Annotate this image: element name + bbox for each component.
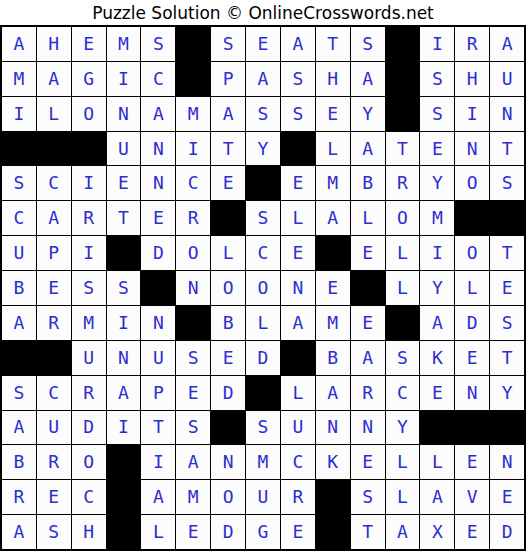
grid-cell-r8c2: E (37, 271, 71, 305)
grid-cell-r4c8: Y (246, 132, 280, 166)
grid-cell-r1c14: R (455, 27, 489, 61)
black-square-r11c8 (246, 376, 280, 410)
grid-cell-r1c1: A (2, 27, 36, 61)
black-square-r6c14 (455, 201, 489, 235)
grid-cell-r6c13: M (420, 201, 454, 235)
grid-cell-r15c15: D (490, 515, 524, 549)
grid-cell-r8c8: O (246, 271, 280, 305)
grid-cell-r11c9: L (281, 376, 315, 410)
grid-cell-r1c7: S (211, 27, 245, 61)
black-square-r9c6 (176, 306, 210, 340)
grid-cell-r6c6: R (176, 201, 210, 235)
grid-cell-r7c7: L (211, 236, 245, 270)
grid-cell-r7c13: I (420, 236, 454, 270)
grid-cell-r12c9: U (281, 411, 315, 445)
grid-cell-r6c1: C (2, 201, 36, 235)
grid-cell-r5c4: E (107, 166, 141, 200)
grid-cell-r13c2: R (37, 445, 71, 479)
grid-cell-r15c1: A (2, 515, 36, 549)
grid-cell-r7c2: P (37, 236, 71, 270)
grid-cell-r13c9: C (281, 445, 315, 479)
black-square-r12c15 (490, 411, 524, 445)
grid-cell-r13c8: M (246, 445, 280, 479)
grid-cell-r14c12: L (386, 480, 420, 514)
grid-cell-r15c5: L (141, 515, 175, 549)
grid-cell-r1c3: E (72, 27, 106, 61)
grid-cell-r13c12: L (386, 445, 420, 479)
grid-cell-r13c14: E (455, 445, 489, 479)
grid-cell-r6c5: E (141, 201, 175, 235)
grid-cell-r10c5: U (141, 341, 175, 375)
grid-cell-r8c13: Y (420, 271, 454, 305)
grid-cell-r15c14: E (455, 515, 489, 549)
grid-cell-r14c13: A (420, 480, 454, 514)
grid-cell-r7c9: E (281, 236, 315, 270)
grid-cell-r14c9: R (281, 480, 315, 514)
grid-cell-r12c4: I (107, 411, 141, 445)
black-square-r8c5 (141, 271, 175, 305)
grid-cell-r4c15: T (490, 132, 524, 166)
grid-cell-r9c10: M (316, 306, 350, 340)
grid-cell-r4c13: E (420, 132, 454, 166)
grid-cell-r6c9: L (281, 201, 315, 235)
grid-cell-r3c15: N (490, 97, 524, 131)
grid-cell-r11c3: R (72, 376, 106, 410)
grid-cell-r13c5: I (141, 445, 175, 479)
grid-cell-r5c3: I (72, 166, 106, 200)
black-square-r15c4 (107, 515, 141, 549)
grid-cell-r14c7: O (211, 480, 245, 514)
grid-cell-r7c5: D (141, 236, 175, 270)
grid-cell-r4c14: N (455, 132, 489, 166)
grid-cell-r4c10: L (316, 132, 350, 166)
grid-cell-r3c9: S (281, 97, 315, 131)
grid-cell-r5c6: C (176, 166, 210, 200)
grid-cell-r10c14: E (455, 341, 489, 375)
grid-cell-r7c8: C (246, 236, 280, 270)
grid-cell-r5c15: S (490, 166, 524, 200)
black-square-r10c9 (281, 341, 315, 375)
black-square-r12c14 (455, 411, 489, 445)
grid-cell-r2c1: M (2, 62, 36, 96)
grid-cell-r13c10: K (316, 445, 350, 479)
grid-cell-r15c12: A (386, 515, 420, 549)
grid-cell-r7c3: I (72, 236, 106, 270)
grid-cell-r15c13: X (420, 515, 454, 549)
grid-cell-r2c5: C (141, 62, 175, 96)
black-square-r6c15 (490, 201, 524, 235)
grid-cell-r3c5: A (141, 97, 175, 131)
grid-cell-r2c11: A (351, 62, 385, 96)
grid-cell-r11c15: Y (490, 376, 524, 410)
grid-cell-r10c11: A (351, 341, 385, 375)
grid-cell-r6c2: A (37, 201, 71, 235)
black-square-r4c2 (37, 132, 71, 166)
grid-cell-r15c9: E (281, 515, 315, 549)
black-square-r7c4 (107, 236, 141, 270)
grid-cell-r12c1: A (2, 411, 36, 445)
grid-cell-r15c7: D (211, 515, 245, 549)
page-title: Puzzle Solution © OnlineCrosswords.net (0, 0, 526, 25)
grid-cell-r1c2: H (37, 27, 71, 61)
grid-cell-r13c13: L (420, 445, 454, 479)
grid-cell-r2c2: A (37, 62, 71, 96)
grid-cell-r9c1: A (2, 306, 36, 340)
grid-cell-r9c11: E (351, 306, 385, 340)
black-square-r14c10 (316, 480, 350, 514)
grid-cell-r12c6: S (176, 411, 210, 445)
black-square-r8c11 (351, 271, 385, 305)
grid-cell-r4c4: U (107, 132, 141, 166)
grid-cell-r6c10: A (316, 201, 350, 235)
grid-cell-r7c14: O (455, 236, 489, 270)
grid-cell-r13c7: N (211, 445, 245, 479)
grid-cell-r5c7: E (211, 166, 245, 200)
grid-cell-r5c2: C (37, 166, 71, 200)
grid-cell-r13c6: A (176, 445, 210, 479)
grid-cell-r4c12: T (386, 132, 420, 166)
grid-cell-r13c11: E (351, 445, 385, 479)
grid-cell-r8c1: B (2, 271, 36, 305)
grid-cell-r2c14: H (455, 62, 489, 96)
grid-cell-r5c14: O (455, 166, 489, 200)
grid-cell-r10c13: K (420, 341, 454, 375)
grid-cell-r11c4: A (107, 376, 141, 410)
black-square-r10c1 (2, 341, 36, 375)
grid-cell-r12c12: Y (386, 411, 420, 445)
grid-cell-r10c10: B (316, 341, 350, 375)
grid-cell-r14c1: R (2, 480, 36, 514)
grid-cell-r3c2: L (37, 97, 71, 131)
grid-cell-r10c15: T (490, 341, 524, 375)
grid-cell-r9c7: B (211, 306, 245, 340)
grid-cell-r8c10: E (316, 271, 350, 305)
grid-cell-r5c1: S (2, 166, 36, 200)
grid-cell-r6c4: T (107, 201, 141, 235)
grid-cell-r9c14: D (455, 306, 489, 340)
grid-cell-r14c6: M (176, 480, 210, 514)
grid-cell-r10c7: E (211, 341, 245, 375)
puzzle-solution-page: Puzzle Solution © OnlineCrosswords.net A… (0, 0, 526, 551)
grid-cell-r5c5: N (141, 166, 175, 200)
grid-cell-r13c15: N (490, 445, 524, 479)
grid-cell-r11c13: E (420, 376, 454, 410)
grid-cell-r10c3: U (72, 341, 106, 375)
grid-cell-r3c7: A (211, 97, 245, 131)
grid-cell-r3c10: E (316, 97, 350, 131)
grid-cell-r1c4: M (107, 27, 141, 61)
grid-cell-r10c4: N (107, 341, 141, 375)
grid-cell-r14c2: E (37, 480, 71, 514)
black-square-r12c7 (211, 411, 245, 445)
grid-cell-r12c5: T (141, 411, 175, 445)
grid-cell-r10c12: S (386, 341, 420, 375)
grid-cell-r4c6: I (176, 132, 210, 166)
grid-cell-r1c9: A (281, 27, 315, 61)
grid-cell-r6c3: R (72, 201, 106, 235)
grid-cell-r8c6: N (176, 271, 210, 305)
grid-cell-r12c2: U (37, 411, 71, 445)
black-square-r6c7 (211, 201, 245, 235)
black-square-r4c3 (72, 132, 106, 166)
black-square-r12c13 (420, 411, 454, 445)
black-square-r9c12 (386, 306, 420, 340)
grid-cell-r3c3: O (72, 97, 106, 131)
grid-cell-r6c12: O (386, 201, 420, 235)
grid-cell-r10c6: S (176, 341, 210, 375)
grid-cell-r3c13: S (420, 97, 454, 131)
grid-cell-r1c13: I (420, 27, 454, 61)
black-square-r3c12 (386, 97, 420, 131)
grid-cell-r8c4: S (107, 271, 141, 305)
grid-cell-r15c3: H (72, 515, 106, 549)
black-square-r15c10 (316, 515, 350, 549)
grid-cell-r5c13: Y (420, 166, 454, 200)
grid-cell-r9c3: M (72, 306, 106, 340)
grid-cell-r15c11: T (351, 515, 385, 549)
grid-cell-r12c11: N (351, 411, 385, 445)
grid-cell-r7c15: T (490, 236, 524, 270)
grid-cell-r12c8: S (246, 411, 280, 445)
grid-cell-r7c12: L (386, 236, 420, 270)
grid-cell-r11c1: S (2, 376, 36, 410)
grid-cell-r11c2: C (37, 376, 71, 410)
grid-cell-r8c14: L (455, 271, 489, 305)
grid-cell-r13c1: B (2, 445, 36, 479)
grid-cell-r15c8: G (246, 515, 280, 549)
grid-cell-r14c8: U (246, 480, 280, 514)
black-square-r14c4 (107, 480, 141, 514)
grid-cell-r9c15: S (490, 306, 524, 340)
grid-cell-r14c11: S (351, 480, 385, 514)
grid-cell-r2c4: I (107, 62, 141, 96)
grid-cell-r4c11: A (351, 132, 385, 166)
grid-cell-r2c3: G (72, 62, 106, 96)
grid-cell-r7c1: U (2, 236, 36, 270)
black-square-r7c10 (316, 236, 350, 270)
grid-cell-r5c12: R (386, 166, 420, 200)
grid-cell-r11c6: E (176, 376, 210, 410)
grid-cell-r11c7: D (211, 376, 245, 410)
grid-cell-r12c10: N (316, 411, 350, 445)
black-square-r4c1 (2, 132, 36, 166)
black-square-r2c6 (176, 62, 210, 96)
grid-cell-r15c2: S (37, 515, 71, 549)
grid-cell-r13c3: O (72, 445, 106, 479)
grid-cell-r2c15: U (490, 62, 524, 96)
grid-cell-r14c3: C (72, 480, 106, 514)
grid-cell-r5c9: E (281, 166, 315, 200)
grid-cell-r11c12: C (386, 376, 420, 410)
grid-cell-r8c12: L (386, 271, 420, 305)
grid-cell-r9c5: N (141, 306, 175, 340)
grid-cell-r7c11: E (351, 236, 385, 270)
grid-cell-r2c9: S (281, 62, 315, 96)
black-square-r4c9 (281, 132, 315, 166)
grid-cell-r11c5: P (141, 376, 175, 410)
black-square-r5c8 (246, 166, 280, 200)
grid-cell-r9c4: I (107, 306, 141, 340)
grid-cell-r8c3: S (72, 271, 106, 305)
grid-cell-r2c13: S (420, 62, 454, 96)
grid-cell-r14c5: A (141, 480, 175, 514)
grid-cell-r3c1: I (2, 97, 36, 131)
grid-cell-r6c8: S (246, 201, 280, 235)
black-square-r1c12 (386, 27, 420, 61)
grid-cell-r1c15: A (490, 27, 524, 61)
grid-cell-r12c3: D (72, 411, 106, 445)
grid-cell-r2c8: A (246, 62, 280, 96)
grid-cell-r3c14: I (455, 97, 489, 131)
grid-cell-r11c10: A (316, 376, 350, 410)
grid-cell-r10c8: D (246, 341, 280, 375)
grid-cell-r5c10: M (316, 166, 350, 200)
grid-cell-r7c6: O (176, 236, 210, 270)
grid-cell-r3c4: N (107, 97, 141, 131)
grid-cell-r1c8: E (246, 27, 280, 61)
grid-cell-r14c14: V (455, 480, 489, 514)
black-square-r2c12 (386, 62, 420, 96)
grid-cell-r2c7: P (211, 62, 245, 96)
black-square-r1c6 (176, 27, 210, 61)
grid-cell-r9c9: A (281, 306, 315, 340)
grid-cell-r8c7: O (211, 271, 245, 305)
grid-cell-r14c15: E (490, 480, 524, 514)
grid-cell-r1c11: S (351, 27, 385, 61)
grid-cell-r1c10: T (316, 27, 350, 61)
grid-cell-r9c8: L (246, 306, 280, 340)
crossword-grid: AHEMSSEATSIRAMAGICPASHASHUILONAMASSEYSIN… (0, 25, 526, 551)
grid-cell-r6c11: L (351, 201, 385, 235)
grid-cell-r9c13: A (420, 306, 454, 340)
grid-cell-r3c8: S (246, 97, 280, 131)
grid-cell-r3c11: Y (351, 97, 385, 131)
grid-cell-r11c14: N (455, 376, 489, 410)
grid-cell-r5c11: B (351, 166, 385, 200)
grid-cell-r8c15: E (490, 271, 524, 305)
grid-cell-r4c5: N (141, 132, 175, 166)
grid-cell-r11c11: R (351, 376, 385, 410)
grid-cell-r3c6: M (176, 97, 210, 131)
grid-cell-r2c10: H (316, 62, 350, 96)
grid-cell-r15c6: E (176, 515, 210, 549)
grid-cell-r1c5: S (141, 27, 175, 61)
grid-cell-r9c2: R (37, 306, 71, 340)
black-square-r13c4 (107, 445, 141, 479)
grid-cell-r8c9: N (281, 271, 315, 305)
grid-cell-r4c7: T (211, 132, 245, 166)
black-square-r10c2 (37, 341, 71, 375)
